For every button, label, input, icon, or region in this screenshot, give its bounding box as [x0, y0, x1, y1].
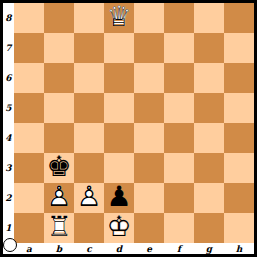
square-c6[interactable] [74, 63, 104, 93]
square-d1[interactable]: ♚♔ [104, 213, 134, 243]
file-label-h: h [224, 243, 254, 254]
square-f7[interactable] [164, 33, 194, 63]
square-d3[interactable] [104, 153, 134, 183]
rank-label-4: 4 [3, 123, 14, 153]
white-pawn-piece[interactable]: ♙ [74, 182, 104, 212]
square-g4[interactable] [194, 123, 224, 153]
square-g7[interactable] [194, 33, 224, 63]
square-a4[interactable] [14, 123, 44, 153]
file-label-g: g [194, 243, 224, 254]
square-e1[interactable] [134, 213, 164, 243]
file-labels: abcdefgh [14, 243, 254, 254]
square-c1[interactable] [74, 213, 104, 243]
file-label-d: d [104, 243, 134, 254]
black-pawn-piece[interactable]: ♟ [104, 182, 134, 212]
square-a2[interactable] [14, 183, 44, 213]
square-d8[interactable]: ♛♕ [104, 3, 134, 33]
square-b2[interactable]: ♟♙ [44, 183, 74, 213]
white-pawn-piece[interactable]: ♙ [44, 182, 74, 212]
square-h6[interactable] [224, 63, 254, 93]
rank-label-8: 8 [3, 3, 14, 33]
square-a5[interactable] [14, 93, 44, 123]
square-g5[interactable] [194, 93, 224, 123]
square-a3[interactable] [14, 153, 44, 183]
file-label-f: f [164, 243, 194, 254]
square-c2[interactable]: ♟♙ [74, 183, 104, 213]
square-h1[interactable] [224, 213, 254, 243]
square-b3[interactable]: ♚ [44, 153, 74, 183]
square-b4[interactable] [44, 123, 74, 153]
square-g2[interactable] [194, 183, 224, 213]
square-f2[interactable] [164, 183, 194, 213]
square-c5[interactable] [74, 93, 104, 123]
rank-label-3: 3 [3, 153, 14, 183]
square-e6[interactable] [134, 63, 164, 93]
file-label-c: c [74, 243, 104, 254]
square-c8[interactable] [74, 3, 104, 33]
chess-diagram: 87654321 ♛♕♚♟♙♟♙♟♜♖♚♔ abcdefgh [0, 0, 257, 257]
square-b5[interactable] [44, 93, 74, 123]
square-a1[interactable] [14, 213, 44, 243]
square-h2[interactable] [224, 183, 254, 213]
square-f4[interactable] [164, 123, 194, 153]
square-f1[interactable] [164, 213, 194, 243]
chess-board: ♛♕♚♟♙♟♙♟♜♖♚♔ [14, 3, 254, 243]
square-e8[interactable] [134, 3, 164, 33]
square-e7[interactable] [134, 33, 164, 63]
white-king-piece[interactable]: ♔ [104, 212, 134, 242]
square-b1[interactable]: ♜♖ [44, 213, 74, 243]
square-h7[interactable] [224, 33, 254, 63]
square-g6[interactable] [194, 63, 224, 93]
square-g3[interactable] [194, 153, 224, 183]
rank-label-6: 6 [3, 63, 14, 93]
file-label-e: e [134, 243, 164, 254]
square-f8[interactable] [164, 3, 194, 33]
rank-label-5: 5 [3, 93, 14, 123]
white-to-move-indicator [3, 238, 17, 252]
square-c7[interactable] [74, 33, 104, 63]
file-label-a: a [14, 243, 44, 254]
square-f6[interactable] [164, 63, 194, 93]
square-e3[interactable] [134, 153, 164, 183]
rank-labels: 87654321 [3, 3, 14, 243]
square-b6[interactable] [44, 63, 74, 93]
square-a6[interactable] [14, 63, 44, 93]
square-a7[interactable] [14, 33, 44, 63]
rank-label-2: 2 [3, 183, 14, 213]
square-a8[interactable] [14, 3, 44, 33]
square-h3[interactable] [224, 153, 254, 183]
square-c4[interactable] [74, 123, 104, 153]
square-h4[interactable] [224, 123, 254, 153]
square-b8[interactable] [44, 3, 74, 33]
white-queen-piece[interactable]: ♕ [104, 2, 134, 32]
square-e4[interactable] [134, 123, 164, 153]
square-d5[interactable] [104, 93, 134, 123]
square-c3[interactable] [74, 153, 104, 183]
square-f5[interactable] [164, 93, 194, 123]
square-d2[interactable]: ♟ [104, 183, 134, 213]
square-g8[interactable] [194, 3, 224, 33]
square-d6[interactable] [104, 63, 134, 93]
rank-label-7: 7 [3, 33, 14, 63]
file-label-b: b [44, 243, 74, 254]
square-h8[interactable] [224, 3, 254, 33]
square-b7[interactable] [44, 33, 74, 63]
square-d7[interactable] [104, 33, 134, 63]
square-e5[interactable] [134, 93, 164, 123]
square-d4[interactable] [104, 123, 134, 153]
square-h5[interactable] [224, 93, 254, 123]
white-rook-piece[interactable]: ♖ [44, 212, 74, 242]
square-f3[interactable] [164, 153, 194, 183]
square-e2[interactable] [134, 183, 164, 213]
black-king-piece[interactable]: ♚ [44, 152, 74, 182]
square-g1[interactable] [194, 213, 224, 243]
